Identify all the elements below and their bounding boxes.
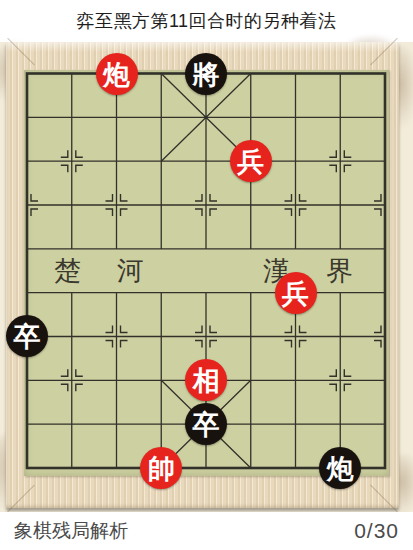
wooden-frame: 楚河 漢界 炮將兵兵卒相卒帥炮 <box>6 42 399 508</box>
piece-red-soldier[interactable]: 兵 <box>230 140 272 182</box>
piece-red-elephant[interactable]: 相 <box>185 359 227 401</box>
piece-black-cannon[interactable]: 炮 <box>319 447 361 489</box>
page-title: 弈至黑方第11回合时的另种着法 <box>76 9 336 33</box>
status-bar: 象棋残局解析 0/30 <box>0 512 413 550</box>
piece-red-general[interactable]: 帥 <box>140 447 182 489</box>
piece-black-soldier[interactable]: 卒 <box>185 403 227 445</box>
app-title-label: 象棋残局解析 <box>14 518 128 544</box>
xiangqi-board[interactable]: 楚河 漢界 炮將兵兵卒相卒帥炮 <box>24 70 389 476</box>
piece-red-cannon[interactable]: 炮 <box>96 53 138 95</box>
piece-red-soldier[interactable]: 兵 <box>275 272 317 314</box>
piece-black-general[interactable]: 將 <box>185 53 227 95</box>
app-screen: 弈至黑方第11回合时的另种着法 楚河 漢界 炮將兵兵卒相卒帥炮 象棋残局解析 0… <box>0 0 413 550</box>
frame-mitre-seam <box>370 38 398 66</box>
title-bar: 弈至黑方第11回合时的另种着法 <box>0 0 413 42</box>
progress-counter: 0/30 <box>354 519 399 543</box>
frame-mitre-seam <box>7 38 35 66</box>
